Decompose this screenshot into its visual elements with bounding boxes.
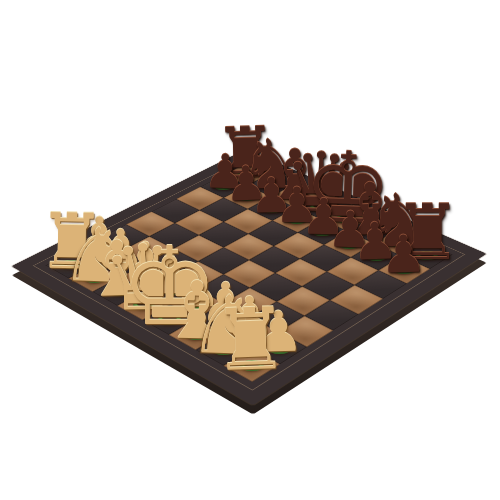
piece-black-pawn-h7[interactable]: ♟ [380, 229, 427, 281]
chess-set-product-photo: ♜♞♟♝♟♛♟♚♟♝♟♞♟♟♜♟♟♜♟♟♞♟♝♟♛♟♚♟♝♟♞♜ [0, 0, 500, 500]
piece-white-rook-h1[interactable]: ♜ [211, 296, 290, 384]
pieces-layer: ♜♞♟♝♟♛♟♚♟♝♟♞♟♟♜♟♟♜♟♟♞♟♝♟♛♟♚♟♝♟♞♜ [0, 0, 500, 500]
